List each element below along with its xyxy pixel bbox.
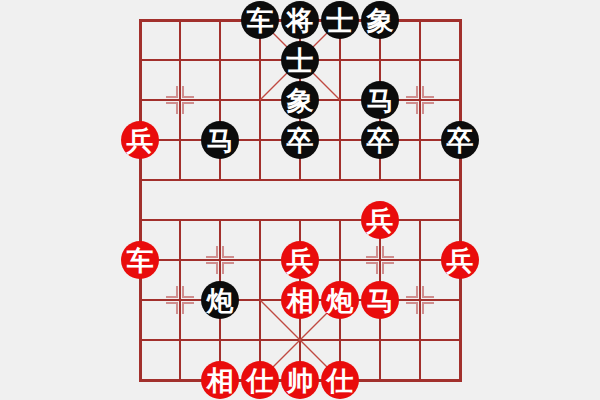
point-marker-corner <box>182 86 194 98</box>
point-marker-corner <box>166 286 178 298</box>
black-horse[interactable]: 马 <box>361 81 399 119</box>
black-chariot[interactable]: 车 <box>241 1 279 39</box>
point-marker-corner <box>406 86 418 98</box>
point-marker-corner <box>166 86 178 98</box>
point-marker-corner <box>422 286 434 298</box>
point-marker-corner <box>222 262 234 274</box>
point-marker-corner <box>422 86 434 98</box>
red-horse[interactable]: 马 <box>361 281 399 319</box>
point-marker-corner <box>166 102 178 114</box>
black-advisor[interactable]: 士 <box>281 41 319 79</box>
point-marker-corner <box>206 246 218 258</box>
red-soldier[interactable]: 兵 <box>361 201 399 239</box>
point-marker-corner <box>222 246 234 258</box>
point-marker-corner <box>366 246 378 258</box>
point-marker <box>206 246 234 274</box>
red-advisor[interactable]: 仕 <box>241 361 279 399</box>
black-soldier[interactable]: 卒 <box>441 121 479 159</box>
point-marker-corner <box>406 302 418 314</box>
black-cannon[interactable]: 炮 <box>201 281 239 319</box>
point-marker <box>406 286 434 314</box>
point-marker-corner <box>182 286 194 298</box>
xiangqi-app-window: 车将士象士象马兵马卒卒卒兵车兵兵炮相炮马相仕帅仕 <box>0 0 600 400</box>
point-marker-corner <box>382 246 394 258</box>
black-elephant[interactable]: 象 <box>361 1 399 39</box>
red-soldier[interactable]: 兵 <box>441 241 479 279</box>
red-soldier[interactable]: 兵 <box>281 241 319 279</box>
point-marker-corner <box>206 262 218 274</box>
point-marker <box>166 86 194 114</box>
point-marker-corner <box>182 302 194 314</box>
black-soldier[interactable]: 卒 <box>281 121 319 159</box>
point-marker <box>166 286 194 314</box>
black-horse[interactable]: 马 <box>201 121 239 159</box>
point-marker-corner <box>366 262 378 274</box>
point-marker-corner <box>406 102 418 114</box>
point-marker <box>366 246 394 274</box>
point-marker-corner <box>422 302 434 314</box>
point-marker-corner <box>182 102 194 114</box>
red-elephant[interactable]: 相 <box>201 361 239 399</box>
red-cannon[interactable]: 炮 <box>321 281 359 319</box>
red-elephant[interactable]: 相 <box>281 281 319 319</box>
xiangqi-board: 车将士象士象马兵马卒卒卒兵车兵兵炮相炮马相仕帅仕 <box>120 0 480 400</box>
red-soldier[interactable]: 兵 <box>121 121 159 159</box>
black-general[interactable]: 将 <box>281 1 319 39</box>
red-general[interactable]: 帅 <box>281 361 319 399</box>
black-elephant[interactable]: 象 <box>281 81 319 119</box>
point-marker-corner <box>406 286 418 298</box>
point-marker-corner <box>166 302 178 314</box>
red-chariot[interactable]: 车 <box>121 241 159 279</box>
point-marker-corner <box>422 102 434 114</box>
black-soldier[interactable]: 卒 <box>361 121 399 159</box>
point-marker <box>406 86 434 114</box>
point-marker-corner <box>382 262 394 274</box>
red-advisor[interactable]: 仕 <box>321 361 359 399</box>
black-advisor[interactable]: 士 <box>321 1 359 39</box>
